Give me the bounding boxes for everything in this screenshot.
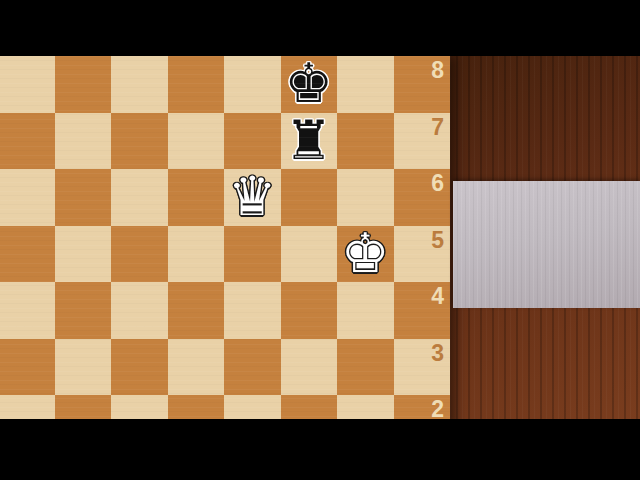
square-g3[interactable]: [337, 339, 394, 396]
square-a2[interactable]: [0, 395, 55, 419]
square-a3[interactable]: [0, 339, 55, 396]
square-a8[interactable]: [0, 56, 55, 113]
black-rook-icon[interactable]: ♜: [285, 113, 333, 169]
rank-label-3: 3: [431, 342, 444, 365]
square-e2[interactable]: [224, 395, 281, 419]
square-a7[interactable]: [0, 113, 55, 170]
square-c8[interactable]: [111, 56, 168, 113]
square-a4[interactable]: [0, 282, 55, 339]
square-h3[interactable]: 3: [394, 339, 451, 396]
rank-label-8: 8: [431, 59, 444, 82]
square-b7[interactable]: [55, 113, 112, 170]
square-g7[interactable]: [337, 113, 394, 170]
square-c2[interactable]: [111, 395, 168, 419]
square-h6[interactable]: 6: [394, 169, 451, 226]
square-d5[interactable]: [168, 226, 225, 283]
square-g4[interactable]: [337, 282, 394, 339]
square-f7[interactable]: ♜: [281, 113, 338, 170]
rank-label-6: 6: [431, 172, 444, 195]
white-king-icon[interactable]: ♚: [341, 226, 389, 282]
square-h2[interactable]: 2: [394, 395, 451, 419]
square-e5[interactable]: [224, 226, 281, 283]
square-g6[interactable]: [337, 169, 394, 226]
square-e3[interactable]: [224, 339, 281, 396]
square-f4[interactable]: [281, 282, 338, 339]
square-d4[interactable]: [168, 282, 225, 339]
letterbox-bottom-bar: [0, 419, 640, 480]
square-h4[interactable]: 4: [394, 282, 451, 339]
square-f6[interactable]: [281, 169, 338, 226]
square-g8[interactable]: [337, 56, 394, 113]
square-c4[interactable]: [111, 282, 168, 339]
square-h8[interactable]: 8: [394, 56, 451, 113]
square-e8[interactable]: [224, 56, 281, 113]
square-a6[interactable]: [0, 169, 55, 226]
square-b2[interactable]: [55, 395, 112, 419]
square-b8[interactable]: [55, 56, 112, 113]
square-c6[interactable]: [111, 169, 168, 226]
square-c3[interactable]: [111, 339, 168, 396]
wood-table-background: ♚8♜7♛6♚5432: [0, 56, 640, 419]
square-g5[interactable]: ♚: [337, 226, 394, 283]
rank-label-7: 7: [431, 116, 444, 139]
square-a5[interactable]: [0, 226, 55, 283]
board: ♚8♜7♛6♚5432: [0, 56, 450, 419]
square-f5[interactable]: [281, 226, 338, 283]
gray-wood-panel: [453, 181, 640, 308]
square-h7[interactable]: 7: [394, 113, 451, 170]
square-d2[interactable]: [168, 395, 225, 419]
square-d8[interactable]: [168, 56, 225, 113]
square-d7[interactable]: [168, 113, 225, 170]
square-f3[interactable]: [281, 339, 338, 396]
square-b4[interactable]: [55, 282, 112, 339]
square-f2[interactable]: [281, 395, 338, 419]
rank-label-4: 4: [431, 285, 444, 308]
letterbox-top-bar: [0, 0, 640, 56]
square-f8[interactable]: ♚: [281, 56, 338, 113]
square-e6[interactable]: ♛: [224, 169, 281, 226]
square-h5[interactable]: 5: [394, 226, 451, 283]
square-b3[interactable]: [55, 339, 112, 396]
square-d3[interactable]: [168, 339, 225, 396]
square-b6[interactable]: [55, 169, 112, 226]
rank-label-5: 5: [431, 229, 444, 252]
black-king-icon[interactable]: ♚: [285, 56, 333, 112]
square-c5[interactable]: [111, 226, 168, 283]
square-e7[interactable]: [224, 113, 281, 170]
white-queen-icon[interactable]: ♛: [228, 169, 276, 225]
square-g2[interactable]: [337, 395, 394, 419]
square-b5[interactable]: [55, 226, 112, 283]
rank-label-2: 2: [431, 398, 444, 419]
square-e4[interactable]: [224, 282, 281, 339]
square-c7[interactable]: [111, 113, 168, 170]
square-d6[interactable]: [168, 169, 225, 226]
